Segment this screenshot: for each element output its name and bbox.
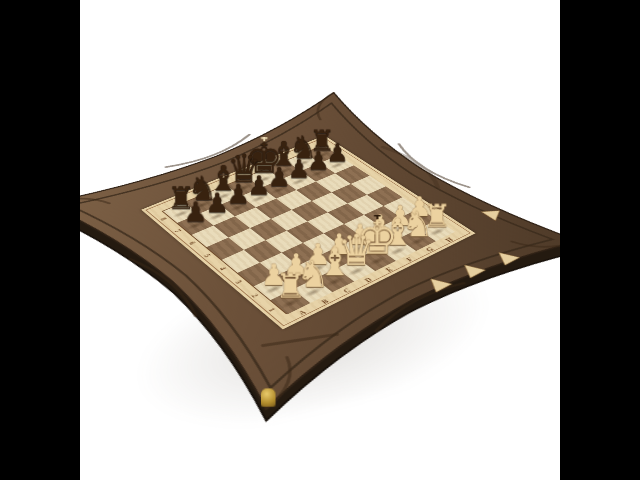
rank-label-2: 2 [250, 293, 260, 298]
rank-label-8: 8 [158, 217, 167, 222]
file-label-b: B [320, 299, 330, 306]
rank-label-1: 1 [266, 307, 276, 313]
letterbox-right [560, 0, 640, 480]
file-label-c: C [342, 288, 352, 295]
rank-label-4: 4 [217, 266, 226, 271]
file-label-d: D [364, 277, 374, 283]
clasp-icon [261, 388, 276, 406]
file-label-f: F [406, 257, 415, 263]
piece-dark-pawn-a7: ♟ [171, 198, 219, 225]
rank-label-3: 3 [233, 280, 242, 285]
photo-stage: 12345678ABCDEFGH♜♞♝♛♚✚♝♞♜♟♟♟♟♟♟♟♟♟♟♟♟♟♟♟… [0, 0, 640, 480]
file-label-a: A [298, 310, 309, 317]
scene: 12345678ABCDEFGH♜♞♝♛♚✚♝♞♜♟♟♟♟♟♟♟♟♟♟♟♟♟♟♟… [0, 0, 640, 480]
rank-label-7: 7 [172, 229, 181, 234]
file-label-g: G [425, 247, 435, 253]
rank-label-6: 6 [187, 241, 196, 246]
file-label-e: E [385, 267, 395, 273]
king-finial: ✚ [373, 212, 381, 221]
file-label-h: H [445, 237, 455, 243]
letterbox-left [0, 0, 80, 480]
chess-board: 12345678ABCDEFGH♜♞♝♛♚✚♝♞♜♟♟♟♟♟♟♟♟♟♟♟♟♟♟♟… [25, 84, 601, 427]
piece-light-rook-a1: ♜ [264, 269, 317, 303]
king-finial: ✚ [261, 135, 268, 144]
rank-label-5: 5 [202, 254, 211, 259]
